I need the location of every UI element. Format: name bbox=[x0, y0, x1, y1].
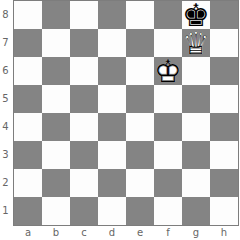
square-h5[interactable] bbox=[210, 85, 238, 113]
file-label-h: h bbox=[210, 226, 238, 240]
square-g1[interactable] bbox=[182, 197, 210, 225]
square-b6[interactable] bbox=[42, 57, 70, 85]
file-label-b: b bbox=[42, 226, 70, 240]
square-f7[interactable] bbox=[154, 29, 182, 57]
square-a7[interactable] bbox=[14, 29, 42, 57]
square-e3[interactable] bbox=[126, 141, 154, 169]
square-f1[interactable] bbox=[154, 197, 182, 225]
square-a2[interactable] bbox=[14, 169, 42, 197]
square-g4[interactable] bbox=[182, 113, 210, 141]
square-h1[interactable] bbox=[210, 197, 238, 225]
square-c7[interactable] bbox=[70, 29, 98, 57]
square-e8[interactable] bbox=[126, 1, 154, 29]
square-h2[interactable] bbox=[210, 169, 238, 197]
white-king[interactable]: ♔ bbox=[154, 57, 182, 85]
square-h6[interactable] bbox=[210, 57, 238, 85]
square-b1[interactable] bbox=[42, 197, 70, 225]
square-f6[interactable]: ♚♔ bbox=[154, 57, 182, 85]
square-g3[interactable] bbox=[182, 141, 210, 169]
square-f3[interactable] bbox=[154, 141, 182, 169]
square-g2[interactable] bbox=[182, 169, 210, 197]
rank-labels: 87654321 bbox=[0, 1, 13, 225]
rank-label-4: 4 bbox=[0, 113, 11, 141]
square-b5[interactable] bbox=[42, 85, 70, 113]
square-f4[interactable] bbox=[154, 113, 182, 141]
square-d8[interactable] bbox=[98, 1, 126, 29]
square-g6[interactable] bbox=[182, 57, 210, 85]
file-label-g: g bbox=[182, 226, 210, 240]
square-e7[interactable] bbox=[126, 29, 154, 57]
square-d2[interactable] bbox=[98, 169, 126, 197]
square-d5[interactable] bbox=[98, 85, 126, 113]
square-e4[interactable] bbox=[126, 113, 154, 141]
square-c5[interactable] bbox=[70, 85, 98, 113]
square-a3[interactable] bbox=[14, 141, 42, 169]
square-h8[interactable] bbox=[210, 1, 238, 29]
file-labels: abcdefgh bbox=[14, 226, 238, 240]
square-a6[interactable] bbox=[14, 57, 42, 85]
square-b8[interactable] bbox=[42, 1, 70, 29]
file-label-f: f bbox=[154, 226, 182, 240]
square-b3[interactable] bbox=[42, 141, 70, 169]
square-h3[interactable] bbox=[210, 141, 238, 169]
square-g8[interactable]: ♚ bbox=[182, 1, 210, 29]
file-label-d: d bbox=[98, 226, 126, 240]
square-f2[interactable] bbox=[154, 169, 182, 197]
rank-label-2: 2 bbox=[0, 169, 11, 197]
square-d3[interactable] bbox=[98, 141, 126, 169]
file-label-a: a bbox=[14, 226, 42, 240]
rank-label-3: 3 bbox=[0, 141, 11, 169]
square-a5[interactable] bbox=[14, 85, 42, 113]
white-queen[interactable]: ♕ bbox=[182, 29, 210, 57]
square-d6[interactable] bbox=[98, 57, 126, 85]
square-c6[interactable] bbox=[70, 57, 98, 85]
square-b4[interactable] bbox=[42, 113, 70, 141]
square-g5[interactable] bbox=[182, 85, 210, 113]
square-a4[interactable] bbox=[14, 113, 42, 141]
square-d7[interactable] bbox=[98, 29, 126, 57]
black-king[interactable]: ♚ bbox=[182, 1, 210, 29]
square-h4[interactable] bbox=[210, 113, 238, 141]
rank-label-6: 6 bbox=[0, 57, 11, 85]
square-e1[interactable] bbox=[126, 197, 154, 225]
square-f8[interactable] bbox=[154, 1, 182, 29]
square-c3[interactable] bbox=[70, 141, 98, 169]
white-queen-fill: ♛ bbox=[182, 29, 210, 57]
square-c2[interactable] bbox=[70, 169, 98, 197]
square-d1[interactable] bbox=[98, 197, 126, 225]
square-e5[interactable] bbox=[126, 85, 154, 113]
file-label-e: e bbox=[126, 226, 154, 240]
chess-diagram: 87654321 ♚♛♕♚♔ abcdefgh bbox=[0, 0, 240, 240]
square-e2[interactable] bbox=[126, 169, 154, 197]
square-d4[interactable] bbox=[98, 113, 126, 141]
rank-label-8: 8 bbox=[0, 1, 11, 29]
chess-board: ♚♛♕♚♔ bbox=[13, 0, 239, 226]
square-c1[interactable] bbox=[70, 197, 98, 225]
square-a1[interactable] bbox=[14, 197, 42, 225]
square-c4[interactable] bbox=[70, 113, 98, 141]
file-label-c: c bbox=[70, 226, 98, 240]
square-b7[interactable] bbox=[42, 29, 70, 57]
rank-label-1: 1 bbox=[0, 197, 11, 225]
square-e6[interactable] bbox=[126, 57, 154, 85]
square-g7[interactable]: ♛♕ bbox=[182, 29, 210, 57]
square-f5[interactable] bbox=[154, 85, 182, 113]
square-b2[interactable] bbox=[42, 169, 70, 197]
rank-label-7: 7 bbox=[0, 29, 11, 57]
square-c8[interactable] bbox=[70, 1, 98, 29]
white-king-fill: ♚ bbox=[154, 57, 182, 85]
square-h7[interactable] bbox=[210, 29, 238, 57]
rank-label-5: 5 bbox=[0, 85, 11, 113]
square-a8[interactable] bbox=[14, 1, 42, 29]
